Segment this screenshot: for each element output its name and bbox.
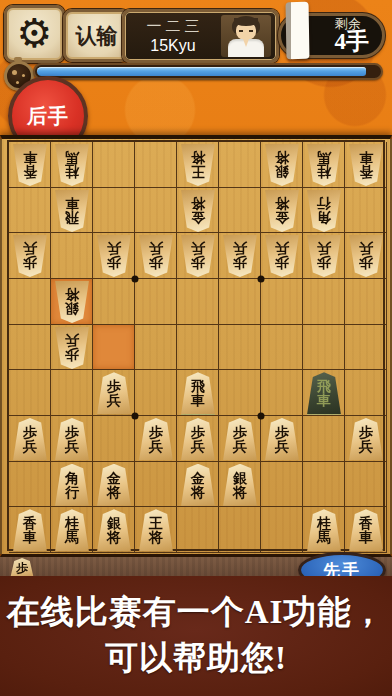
gote-label: 后手 xyxy=(27,103,69,130)
board-cell[interactable] xyxy=(345,325,387,371)
opponent-panel[interactable]: 一二三 15Kyu xyxy=(122,9,279,63)
board-cell[interactable] xyxy=(177,279,219,325)
star-point xyxy=(258,276,265,283)
board-cell[interactable] xyxy=(9,279,51,325)
opponent-avatar xyxy=(221,15,271,57)
opponent-rank: 15Kyu xyxy=(125,37,221,55)
shogi-board: 香車桂馬王将銀将桂馬香車飛車金将金将角行歩兵歩兵歩兵歩兵歩兵歩兵歩兵歩兵銀将歩兵… xyxy=(0,135,392,557)
board-cell[interactable] xyxy=(345,279,387,325)
board-cell[interactable] xyxy=(219,370,261,416)
board-cell[interactable] xyxy=(345,462,387,508)
star-point xyxy=(132,276,139,283)
board-cell[interactable] xyxy=(93,279,135,325)
board-cell[interactable] xyxy=(51,233,93,279)
board-cell[interactable] xyxy=(261,462,303,508)
shogi-app-screen: ⚙ 认输 一二三 15Kyu 剩余 4手 后手 香車桂馬王将銀将桂馬香車飛車金将… xyxy=(0,0,392,696)
board-cell[interactable] xyxy=(219,507,261,553)
board-cell[interactable] xyxy=(219,142,261,188)
board-cell[interactable] xyxy=(93,142,135,188)
board-cell[interactable] xyxy=(303,416,345,462)
board-cell[interactable] xyxy=(135,370,177,416)
board-cell[interactable] xyxy=(177,507,219,553)
board-cell[interactable] xyxy=(9,188,51,234)
board-cell[interactable] xyxy=(135,142,177,188)
board-cell[interactable] xyxy=(93,188,135,234)
board-cell[interactable] xyxy=(219,325,261,371)
board-cell[interactable] xyxy=(9,325,51,371)
board-cell[interactable] xyxy=(135,325,177,371)
star-point xyxy=(132,413,139,420)
board-cell[interactable] xyxy=(345,370,387,416)
gear-icon: ⚙ xyxy=(17,13,53,53)
board-cell[interactable] xyxy=(135,188,177,234)
board-cell[interactable] xyxy=(135,462,177,508)
board-cell[interactable] xyxy=(261,325,303,371)
time-progress-fill xyxy=(37,67,366,76)
opponent-info: 一二三 15Kyu xyxy=(125,17,221,55)
board-cell[interactable] xyxy=(93,416,135,462)
board-cell[interactable] xyxy=(345,188,387,234)
board-cell[interactable] xyxy=(177,325,219,371)
board-cell[interactable] xyxy=(93,325,135,371)
board-cell[interactable] xyxy=(9,370,51,416)
settings-button[interactable]: ⚙ xyxy=(4,5,65,63)
board-cell[interactable] xyxy=(303,279,345,325)
board-cell[interactable] xyxy=(303,462,345,508)
remaining-value: 4手 xyxy=(335,30,370,54)
board-cell[interactable] xyxy=(303,325,345,371)
resign-button-label: 认输 xyxy=(76,22,118,50)
board-cell[interactable] xyxy=(261,279,303,325)
time-progress-bar xyxy=(33,63,383,80)
board-cell[interactable] xyxy=(51,370,93,416)
board-cell[interactable] xyxy=(261,370,303,416)
board-cell[interactable] xyxy=(219,188,261,234)
resign-button[interactable]: 认输 xyxy=(63,9,130,62)
captured-pawn-kanji: 歩 xyxy=(16,560,28,577)
tutorial-banner: 在线比赛有一个AI功能， 可以帮助您! xyxy=(0,576,392,696)
opponent-name: 一二三 xyxy=(129,17,221,36)
remaining-label: 剩余 xyxy=(335,17,361,30)
board-cell[interactable] xyxy=(261,507,303,553)
star-point xyxy=(258,413,265,420)
board-grid: 香車桂馬王将銀将桂馬香車飛車金将金将角行歩兵歩兵歩兵歩兵歩兵歩兵歩兵歩兵銀将歩兵… xyxy=(7,140,385,551)
board-cell[interactable] xyxy=(9,462,51,508)
board-cell[interactable] xyxy=(219,279,261,325)
board-cell[interactable] xyxy=(135,279,177,325)
banner-line-2: 可以帮助您! xyxy=(105,639,287,679)
banner-line-1: 在线比赛有一个AI功能， xyxy=(7,593,386,633)
piece-stack-icon xyxy=(286,2,310,59)
